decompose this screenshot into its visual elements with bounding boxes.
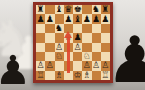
square-d5[interactable]: ♕: [64, 33, 73, 42]
square-e2[interactable]: [73, 61, 82, 70]
piece-white-knight[interactable]: ♘: [83, 52, 91, 61]
square-a5[interactable]: [36, 33, 45, 42]
square-a2[interactable]: ♙: [36, 61, 45, 70]
piece-black-pawn[interactable]: ♟: [46, 15, 54, 24]
piece-black-pawn[interactable]: ♟: [92, 15, 100, 24]
piece-white-bishop[interactable]: ♗: [83, 71, 91, 80]
square-f8[interactable]: [82, 5, 91, 14]
square-d2[interactable]: [64, 61, 73, 70]
square-f6[interactable]: [82, 24, 91, 33]
square-g4[interactable]: [92, 43, 101, 52]
square-h2[interactable]: ♙: [101, 61, 110, 70]
square-b1[interactable]: [45, 71, 54, 80]
square-b8[interactable]: [45, 5, 54, 14]
square-a3[interactable]: [36, 52, 45, 61]
chess-board[interactable]: ♜♝♛♚♞♜♟♟♟♝♟♟♟♞♕♟♙♙♘♘♙♙♙♙♙♖♗♔♗♖: [33, 2, 113, 83]
piece-white-bishop[interactable]: ♗: [55, 71, 63, 80]
square-f2[interactable]: ♙: [82, 61, 91, 70]
piece-black-rook[interactable]: ♜: [37, 5, 45, 14]
square-c4[interactable]: ♙: [55, 43, 64, 52]
piece-black-bishop[interactable]: ♝: [55, 5, 63, 14]
square-f1[interactable]: ♗: [82, 71, 91, 80]
piece-black-knight[interactable]: ♞: [92, 5, 100, 14]
square-h7[interactable]: ♟: [101, 14, 110, 23]
piece-black-bishop[interactable]: ♝: [74, 15, 82, 24]
square-d1[interactable]: [64, 71, 73, 80]
square-c7[interactable]: [55, 14, 64, 23]
square-b6[interactable]: [45, 24, 54, 33]
piece-white-queen[interactable]: ♕: [64, 33, 72, 42]
square-c3[interactable]: ♘: [55, 52, 64, 61]
piece-black-pawn[interactable]: ♟: [74, 33, 82, 42]
square-a8[interactable]: ♜: [36, 5, 45, 14]
square-e1[interactable]: ♔: [73, 71, 82, 80]
square-a4[interactable]: [36, 43, 45, 52]
piece-white-pawn[interactable]: ♙: [55, 43, 63, 52]
square-b3[interactable]: [45, 52, 54, 61]
square-g6[interactable]: [92, 24, 101, 33]
piece-black-knight[interactable]: ♞: [55, 24, 63, 33]
piece-white-pawn[interactable]: ♙: [101, 61, 109, 70]
square-h6[interactable]: [101, 24, 110, 33]
piece-white-pawn[interactable]: ♙: [92, 61, 100, 70]
square-f3[interactable]: ♘: [82, 52, 91, 61]
piece-black-pawn[interactable]: ♟: [101, 15, 109, 24]
square-h4[interactable]: [101, 43, 110, 52]
square-e7[interactable]: ♝: [73, 14, 82, 23]
square-e8[interactable]: ♚: [73, 5, 82, 14]
square-f5[interactable]: [82, 33, 91, 42]
piece-black-queen[interactable]: ♛: [64, 5, 72, 14]
square-h3[interactable]: [101, 52, 110, 61]
square-d3[interactable]: [64, 52, 73, 61]
square-h8[interactable]: ♜: [101, 5, 110, 14]
square-e4[interactable]: ♙: [73, 43, 82, 52]
black-pawn-photo-piece: ♟: [0, 50, 31, 90]
piece-black-king[interactable]: ♚: [74, 5, 82, 14]
square-g8[interactable]: ♞: [92, 5, 101, 14]
square-g2[interactable]: ♙: [92, 61, 101, 70]
square-c1[interactable]: ♗: [55, 71, 64, 80]
square-e3[interactable]: [73, 52, 82, 61]
square-h5[interactable]: [101, 33, 110, 42]
piece-white-pawn[interactable]: ♙: [83, 61, 91, 70]
piece-black-pawn[interactable]: ♟: [64, 15, 72, 24]
chess-lesson-thumbnail: ♞♟♟♟ ♜♝♛♚♞♜♟♟♟♝♟♟♟♞♕♟♙♙♘♘♙♙♙♙♙♖♗♔♗♖: [0, 0, 145, 90]
square-g7[interactable]: ♟: [92, 14, 101, 23]
square-c5[interactable]: [55, 33, 64, 42]
piece-white-pawn[interactable]: ♙: [74, 43, 82, 52]
square-b2[interactable]: ♙: [45, 61, 54, 70]
square-a1[interactable]: ♖: [36, 71, 45, 80]
square-d4[interactable]: [64, 43, 73, 52]
square-g3[interactable]: [92, 52, 101, 61]
square-e5[interactable]: ♟: [73, 33, 82, 42]
square-d7[interactable]: ♟: [64, 14, 73, 23]
square-c6[interactable]: ♞: [55, 24, 64, 33]
square-b4[interactable]: [45, 43, 54, 52]
piece-black-rook[interactable]: ♜: [101, 5, 109, 14]
square-f7[interactable]: ♟: [82, 14, 91, 23]
square-e6[interactable]: [73, 24, 82, 33]
square-b5[interactable]: [45, 33, 54, 42]
piece-white-rook[interactable]: ♖: [101, 71, 109, 80]
piece-black-pawn[interactable]: ♟: [37, 15, 45, 24]
square-b7[interactable]: ♟: [45, 14, 54, 23]
piece-white-knight[interactable]: ♘: [55, 52, 63, 61]
square-g5[interactable]: [92, 33, 101, 42]
piece-black-pawn[interactable]: ♟: [83, 15, 91, 24]
square-a6[interactable]: [36, 24, 45, 33]
square-g1[interactable]: [92, 71, 101, 80]
square-d6[interactable]: [64, 24, 73, 33]
piece-white-rook[interactable]: ♖: [37, 71, 45, 80]
piece-white-pawn[interactable]: ♙: [46, 61, 54, 70]
piece-white-king[interactable]: ♔: [74, 71, 82, 80]
square-f4[interactable]: [82, 43, 91, 52]
square-c2[interactable]: [55, 61, 64, 70]
piece-white-pawn[interactable]: ♙: [37, 61, 45, 70]
square-h1[interactable]: ♖: [101, 71, 110, 80]
square-d8[interactable]: ♛: [64, 5, 73, 14]
square-c8[interactable]: ♝: [55, 5, 64, 14]
square-a7[interactable]: ♟: [36, 14, 45, 23]
